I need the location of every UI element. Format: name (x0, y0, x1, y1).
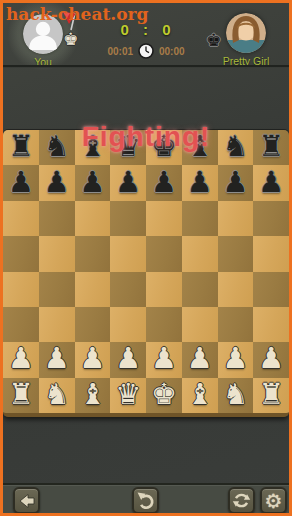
settings-button[interactable]: ⚙ (260, 487, 287, 514)
square-f1[interactable]: ♝ (182, 378, 218, 413)
square-d5[interactable] (110, 236, 146, 271)
square-g1[interactable]: ♞ (218, 378, 254, 413)
square-a1[interactable]: ♜ (3, 378, 39, 413)
square-e2[interactable]: ♟ (146, 342, 182, 377)
square-b5[interactable] (39, 236, 75, 271)
white-pawn: ♟ (115, 344, 141, 373)
clock-icon (138, 43, 154, 59)
white-rook: ♜ (258, 380, 284, 409)
square-a6[interactable] (3, 201, 39, 236)
square-c2[interactable]: ♟ (75, 342, 111, 377)
white-rook: ♜ (8, 380, 34, 409)
chess-app-window: hack-cheat.org ♚ You 0 : 0 00:01 (0, 0, 292, 516)
white-bishop: ♝ (79, 380, 105, 409)
white-pawn: ♟ (151, 344, 177, 373)
square-d3[interactable] (110, 307, 146, 342)
square-b2[interactable]: ♟ (39, 342, 75, 377)
square-e4[interactable] (146, 272, 182, 307)
square-b4[interactable] (39, 272, 75, 307)
square-a3[interactable] (3, 307, 39, 342)
square-c6[interactable] (75, 201, 111, 236)
undo-button[interactable] (132, 487, 159, 514)
timer-you: 00:01 (107, 46, 133, 57)
square-f6[interactable] (182, 201, 218, 236)
square-g4[interactable] (218, 272, 254, 307)
square-e7[interactable]: ♟ (146, 165, 182, 200)
white-knight: ♞ (44, 380, 70, 409)
square-d7[interactable]: ♟ (110, 165, 146, 200)
square-d1[interactable]: ♛ (110, 378, 146, 413)
square-f3[interactable] (182, 307, 218, 342)
header-divider (3, 65, 289, 68)
square-c1[interactable]: ♝ (75, 378, 111, 413)
back-button[interactable] (13, 487, 40, 514)
white-pawn: ♟ (79, 344, 105, 373)
fighting-banner: Fighting! (3, 121, 289, 153)
square-a7[interactable]: ♟ (3, 165, 39, 200)
square-h6[interactable] (253, 201, 289, 236)
white-queen: ♛ (115, 380, 141, 409)
square-b7[interactable]: ♟ (39, 165, 75, 200)
rotate-icon (232, 491, 251, 510)
square-a4[interactable] (3, 272, 39, 307)
square-g3[interactable] (218, 307, 254, 342)
square-g2[interactable]: ♟ (218, 342, 254, 377)
square-h4[interactable] (253, 272, 289, 307)
square-f5[interactable] (182, 236, 218, 271)
black-pawn: ♟ (115, 168, 141, 197)
bottom-toolbar: ⚙ (3, 483, 289, 515)
square-h5[interactable] (253, 236, 289, 271)
square-f2[interactable]: ♟ (182, 342, 218, 377)
black-pawn: ♟ (151, 168, 177, 197)
black-pawn: ♟ (222, 168, 248, 197)
square-d4[interactable] (110, 272, 146, 307)
white-pawn: ♟ (44, 344, 70, 373)
black-pawn: ♟ (79, 168, 105, 197)
square-b3[interactable] (39, 307, 75, 342)
white-king: ♚ (151, 380, 177, 409)
square-a5[interactable] (3, 236, 39, 271)
square-h1[interactable]: ♜ (253, 378, 289, 413)
square-c3[interactable] (75, 307, 111, 342)
square-e3[interactable] (146, 307, 182, 342)
square-d6[interactable] (110, 201, 146, 236)
back-arrow-icon (18, 492, 36, 510)
white-pawn: ♟ (8, 344, 34, 373)
undo-arrow-icon (136, 491, 155, 510)
timer-opponent: 00:00 (159, 46, 185, 57)
square-a2[interactable]: ♟ (3, 342, 39, 377)
square-c7[interactable]: ♟ (75, 165, 111, 200)
square-h3[interactable] (253, 307, 289, 342)
black-king-icon: ♚ (206, 32, 221, 49)
square-b1[interactable]: ♞ (39, 378, 75, 413)
square-e6[interactable] (146, 201, 182, 236)
girl-avatar-image (226, 13, 266, 53)
square-c5[interactable] (75, 236, 111, 271)
black-pawn: ♟ (8, 168, 34, 197)
white-pawn: ♟ (258, 344, 284, 373)
square-f4[interactable] (182, 272, 218, 307)
white-knight: ♞ (222, 380, 248, 409)
square-h2[interactable]: ♟ (253, 342, 289, 377)
avatar-pretty-girl (226, 13, 266, 53)
square-e5[interactable] (146, 236, 182, 271)
black-pawn: ♟ (187, 168, 213, 197)
square-g5[interactable] (218, 236, 254, 271)
white-pawn: ♟ (187, 344, 213, 373)
chess-board: ♜♞♝♛♚♝♞♜♟♟♟♟♟♟♟♟♟♟♟♟♟♟♟♟♜♞♝♛♚♝♞♜ (3, 130, 289, 417)
square-f7[interactable]: ♟ (182, 165, 218, 200)
square-g7[interactable]: ♟ (218, 165, 254, 200)
square-b6[interactable] (39, 201, 75, 236)
gear-icon: ⚙ (265, 491, 283, 511)
square-c4[interactable] (75, 272, 111, 307)
square-g6[interactable] (218, 201, 254, 236)
white-pawn: ♟ (222, 344, 248, 373)
watermark-text: hack-cheat.org (6, 4, 148, 24)
square-d2[interactable]: ♟ (110, 342, 146, 377)
white-bishop: ♝ (187, 380, 213, 409)
square-h7[interactable]: ♟ (253, 165, 289, 200)
square-e1[interactable]: ♚ (146, 378, 182, 413)
black-pawn: ♟ (44, 168, 70, 197)
rotate-board-button[interactable] (228, 487, 255, 514)
black-pawn: ♟ (258, 168, 284, 197)
